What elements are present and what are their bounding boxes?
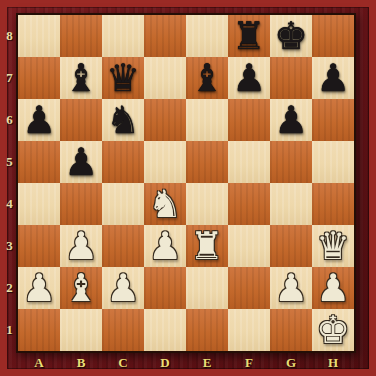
square-d4[interactable]: ♞ xyxy=(144,183,186,225)
square-g5[interactable] xyxy=(270,141,312,183)
square-f6[interactable] xyxy=(228,99,270,141)
square-b7[interactable]: ♝ xyxy=(60,57,102,99)
square-c5[interactable] xyxy=(102,141,144,183)
square-f2[interactable] xyxy=(228,267,270,309)
square-h6[interactable] xyxy=(312,99,354,141)
rank-label-2: 2 xyxy=(3,267,16,309)
rank-label-4: 4 xyxy=(3,183,16,225)
rank-label-7: 7 xyxy=(3,57,16,99)
square-e8[interactable] xyxy=(186,15,228,57)
square-a8[interactable] xyxy=(18,15,60,57)
file-label-c: C xyxy=(102,355,144,371)
piece-white-bishop-b2[interactable]: ♝ xyxy=(64,267,98,309)
square-d1[interactable] xyxy=(144,309,186,351)
square-f8[interactable]: ♜ xyxy=(228,15,270,57)
square-f4[interactable] xyxy=(228,183,270,225)
square-a1[interactable] xyxy=(18,309,60,351)
file-label-b: B xyxy=(60,355,102,371)
square-e3[interactable]: ♜ xyxy=(186,225,228,267)
rank-label-8: 8 xyxy=(3,15,16,57)
square-f1[interactable] xyxy=(228,309,270,351)
square-h2[interactable]: ♟ xyxy=(312,267,354,309)
square-h8[interactable] xyxy=(312,15,354,57)
file-label-e: E xyxy=(186,355,228,371)
file-label-d: D xyxy=(144,355,186,371)
square-b2[interactable]: ♝ xyxy=(60,267,102,309)
piece-white-king-h1[interactable]: ♚ xyxy=(316,309,350,351)
square-c7[interactable]: ♛ xyxy=(102,57,144,99)
piece-black-knight-c6[interactable]: ♞ xyxy=(106,99,140,141)
square-d6[interactable] xyxy=(144,99,186,141)
square-d7[interactable] xyxy=(144,57,186,99)
square-b8[interactable] xyxy=(60,15,102,57)
square-a3[interactable] xyxy=(18,225,60,267)
square-c6[interactable]: ♞ xyxy=(102,99,144,141)
square-e1[interactable] xyxy=(186,309,228,351)
square-f7[interactable]: ♟ xyxy=(228,57,270,99)
piece-black-pawn-b5[interactable]: ♟ xyxy=(64,141,98,183)
square-g7[interactable] xyxy=(270,57,312,99)
piece-white-pawn-c2[interactable]: ♟ xyxy=(106,267,140,309)
square-g6[interactable]: ♟ xyxy=(270,99,312,141)
piece-black-pawn-f7[interactable]: ♟ xyxy=(232,57,266,99)
square-h5[interactable] xyxy=(312,141,354,183)
piece-black-king-g8[interactable]: ♚ xyxy=(274,15,308,57)
file-label-f: F xyxy=(228,355,270,371)
piece-black-pawn-g6[interactable]: ♟ xyxy=(274,99,308,141)
square-h7[interactable]: ♟ xyxy=(312,57,354,99)
piece-black-pawn-h7[interactable]: ♟ xyxy=(316,57,350,99)
square-b1[interactable] xyxy=(60,309,102,351)
square-e2[interactable] xyxy=(186,267,228,309)
square-e4[interactable] xyxy=(186,183,228,225)
square-g8[interactable]: ♚ xyxy=(270,15,312,57)
square-g2[interactable]: ♟ xyxy=(270,267,312,309)
square-a4[interactable] xyxy=(18,183,60,225)
square-h3[interactable]: ♛ xyxy=(312,225,354,267)
piece-white-pawn-b3[interactable]: ♟ xyxy=(64,225,98,267)
square-h1[interactable]: ♚ xyxy=(312,309,354,351)
square-c8[interactable] xyxy=(102,15,144,57)
file-label-a: A xyxy=(18,355,60,371)
square-e7[interactable]: ♝ xyxy=(186,57,228,99)
square-b5[interactable]: ♟ xyxy=(60,141,102,183)
piece-white-pawn-a2[interactable]: ♟ xyxy=(22,267,56,309)
square-a6[interactable]: ♟ xyxy=(18,99,60,141)
piece-white-knight-d4[interactable]: ♞ xyxy=(148,183,182,225)
square-b6[interactable] xyxy=(60,99,102,141)
square-c1[interactable] xyxy=(102,309,144,351)
square-d3[interactable]: ♟ xyxy=(144,225,186,267)
piece-black-pawn-a6[interactable]: ♟ xyxy=(22,99,56,141)
square-c4[interactable] xyxy=(102,183,144,225)
file-label-g: G xyxy=(270,355,312,371)
piece-black-bishop-b7[interactable]: ♝ xyxy=(64,57,98,99)
square-d2[interactable] xyxy=(144,267,186,309)
square-f3[interactable] xyxy=(228,225,270,267)
piece-white-queen-h3[interactable]: ♛ xyxy=(316,225,350,267)
square-f5[interactable] xyxy=(228,141,270,183)
square-c3[interactable] xyxy=(102,225,144,267)
chess-board: ♜♚♝♛♝♟♟♟♞♟♟♞♟♟♜♛♟♝♟♟♟♚ xyxy=(16,13,356,353)
square-b3[interactable]: ♟ xyxy=(60,225,102,267)
rank-label-3: 3 xyxy=(3,225,16,267)
square-d5[interactable] xyxy=(144,141,186,183)
file-labels: ABCDEFGH xyxy=(18,355,354,369)
piece-white-pawn-h2[interactable]: ♟ xyxy=(316,267,350,309)
square-a7[interactable] xyxy=(18,57,60,99)
square-d8[interactable] xyxy=(144,15,186,57)
piece-black-queen-c7[interactable]: ♛ xyxy=(106,57,140,99)
piece-white-pawn-g2[interactable]: ♟ xyxy=(274,267,308,309)
square-b4[interactable] xyxy=(60,183,102,225)
square-g1[interactable] xyxy=(270,309,312,351)
square-g3[interactable] xyxy=(270,225,312,267)
rank-label-1: 1 xyxy=(3,309,16,351)
board-frame: 87654321 ♜♚♝♛♝♟♟♟♞♟♟♞♟♟♜♛♟♝♟♟♟♚ ABCDEFGH xyxy=(0,0,376,376)
square-c2[interactable]: ♟ xyxy=(102,267,144,309)
piece-white-rook-e3[interactable]: ♜ xyxy=(190,225,224,267)
piece-white-pawn-d3[interactable]: ♟ xyxy=(148,225,182,267)
file-label-h: H xyxy=(312,355,354,371)
square-e6[interactable] xyxy=(186,99,228,141)
square-h4[interactable] xyxy=(312,183,354,225)
rank-label-6: 6 xyxy=(3,99,16,141)
piece-black-rook-f8[interactable]: ♜ xyxy=(232,15,266,57)
square-g4[interactable] xyxy=(270,183,312,225)
square-a2[interactable]: ♟ xyxy=(18,267,60,309)
square-a5[interactable] xyxy=(18,141,60,183)
rank-labels: 87654321 xyxy=(3,15,16,351)
rank-label-5: 5 xyxy=(3,141,16,183)
board-grid: ♜♚♝♛♝♟♟♟♞♟♟♞♟♟♜♛♟♝♟♟♟♚ xyxy=(18,15,354,351)
square-e5[interactable] xyxy=(186,141,228,183)
piece-black-bishop-e7[interactable]: ♝ xyxy=(190,57,224,99)
